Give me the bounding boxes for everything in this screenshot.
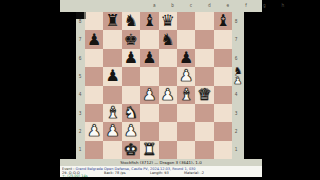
square-h4 <box>214 86 232 104</box>
square-b5: ♟ <box>103 67 121 85</box>
black-king: ♚ <box>124 31 138 49</box>
square-h3 <box>214 104 232 122</box>
white-pawn: ♟ <box>179 67 193 85</box>
rank-label-7: 7 <box>76 30 84 48</box>
side-to-move-indicator <box>76 12 86 19</box>
square-c2: ♟ <box>122 122 140 140</box>
black-knight: ♞ <box>124 12 138 30</box>
white-bishop: ♝ <box>105 104 119 122</box>
square-e1 <box>159 141 177 159</box>
square-g5 <box>195 67 213 85</box>
square-g8 <box>195 12 213 30</box>
square-a7: ♟ <box>85 30 103 48</box>
black-pawn: ♟ <box>105 67 119 85</box>
square-f8 <box>177 12 195 30</box>
white-bishop: ♝ <box>179 86 193 104</box>
board-top-margin: abcdefgh <box>60 0 262 12</box>
square-f3 <box>177 104 195 122</box>
match-title: Stockfish (3712) — Dragon 3 (3641), 1-0 <box>60 161 262 165</box>
square-c7: ♚ <box>122 30 140 48</box>
square-b7 <box>103 30 121 48</box>
square-h1 <box>214 141 232 159</box>
square-a2: ♟ <box>85 122 103 140</box>
rank-label-1: 1 <box>76 141 84 159</box>
white-queen: ♛ <box>197 86 211 104</box>
square-f7 <box>177 30 195 48</box>
square-d8: ♝ <box>140 12 158 30</box>
square-d6: ♟ <box>140 49 158 67</box>
square-d7 <box>140 30 158 48</box>
square-d1: ♜ <box>140 141 158 159</box>
square-f6: ♟ <box>177 49 195 67</box>
file-label-b: b <box>163 2 181 9</box>
square-g2 <box>195 122 213 140</box>
square-e6 <box>159 49 177 67</box>
square-c6: ♟ <box>122 49 140 67</box>
white-pawn: ♟ <box>105 122 119 140</box>
rank-label-2: 2 <box>232 122 240 140</box>
square-b3: ♝ <box>103 104 121 122</box>
square-a4 <box>85 86 103 104</box>
white-pawn: ♟ <box>161 86 175 104</box>
square-d3 <box>140 104 158 122</box>
square-f5: ♟ <box>177 67 195 85</box>
square-f2 <box>177 122 195 140</box>
square-b4 <box>103 86 121 104</box>
square-g6 <box>195 49 213 67</box>
video-frame[interactable]: abcdefgh 87654321 ♜♞♝♛♝♟♚♞♟♟♟♟♟♟♟♝♛♝♞♟♟♟… <box>0 0 320 180</box>
square-e7: ♞ <box>159 30 177 48</box>
black-knight: ♞ <box>161 31 175 49</box>
captured-white-pawn-icon: ♟ <box>232 75 244 86</box>
rank-label-3: 3 <box>76 104 84 122</box>
square-d4: ♟ <box>140 86 158 104</box>
file-label-f: f <box>237 2 255 9</box>
white-rook: ♜ <box>142 141 156 159</box>
square-c4 <box>122 86 140 104</box>
file-label-a: a <box>145 2 163 9</box>
rank-label-7: 7 <box>232 30 240 48</box>
rank-label-5: 5 <box>76 67 84 85</box>
event-text: Grand Belgrade Open Defense, Castle PV, … <box>75 167 195 171</box>
rank-label-6: 6 <box>76 49 84 67</box>
square-a1 <box>85 141 103 159</box>
eval-line: +- (25.00) 14s <box>62 174 262 178</box>
black-pawn: ♟ <box>179 49 193 67</box>
square-f1 <box>177 141 195 159</box>
black-rook: ♜ <box>105 12 119 30</box>
square-c8: ♞ <box>122 12 140 30</box>
square-g1 <box>195 141 213 159</box>
square-a3 <box>85 104 103 122</box>
file-label-e: e <box>219 2 237 9</box>
file-label-c: c <box>182 2 200 9</box>
file-labels-top: abcdefgh <box>145 2 292 9</box>
rank-label-1: 1 <box>232 141 240 159</box>
rank-label-4: 4 <box>232 86 240 104</box>
square-g3 <box>195 104 213 122</box>
rank-label-8: 8 <box>232 12 240 30</box>
square-e4: ♟ <box>159 86 177 104</box>
black-bishop: ♝ <box>142 12 156 30</box>
square-a8 <box>85 12 103 30</box>
rank-labels-left: 87654321 <box>76 12 84 159</box>
square-e8: ♛ <box>159 12 177 30</box>
rank-label-4: 4 <box>76 86 84 104</box>
square-a5 <box>85 67 103 85</box>
square-f4: ♝ <box>177 86 195 104</box>
square-g4: ♛ <box>195 86 213 104</box>
black-bishop: ♝ <box>216 12 230 30</box>
square-b1 <box>103 141 121 159</box>
square-d5 <box>140 67 158 85</box>
square-a6 <box>85 49 103 67</box>
board: ♜♞♝♛♝♟♚♞♟♟♟♟♟♟♟♝♛♝♞♟♟♟♚♜ <box>85 12 232 159</box>
square-h6 <box>214 49 232 67</box>
square-b8: ♜ <box>103 12 121 30</box>
black-pawn: ♟ <box>124 49 138 67</box>
square-h7 <box>214 30 232 48</box>
square-b6 <box>103 49 121 67</box>
square-d2 <box>140 122 158 140</box>
square-c5 <box>122 67 140 85</box>
square-c3: ♞ <box>122 104 140 122</box>
square-e2 <box>159 122 177 140</box>
caption-box: Event : Grand Belgrade Open Defense, Cas… <box>60 166 262 177</box>
square-e3 <box>159 104 177 122</box>
white-pawn: ♟ <box>87 122 101 140</box>
square-h8: ♝ <box>214 12 232 30</box>
square-c1: ♚ <box>122 141 140 159</box>
white-pawn: ♟ <box>142 86 156 104</box>
file-label-g: g <box>255 2 273 9</box>
black-pawn: ♟ <box>142 49 156 67</box>
board-right-margin: 87654321 ♞ ♟ <box>232 12 244 159</box>
black-queen: ♛ <box>161 12 175 30</box>
white-knight: ♞ <box>124 104 138 122</box>
square-g7 <box>195 30 213 48</box>
rank-label-3: 3 <box>232 104 240 122</box>
rank-label-2: 2 <box>76 122 84 140</box>
black-pawn: ♟ <box>87 31 101 49</box>
board-left-margin: 87654321 <box>76 12 85 159</box>
white-king: ♚ <box>124 141 138 159</box>
square-h5 <box>214 67 232 85</box>
white-pawn: ♟ <box>124 122 138 140</box>
file-label-h: h <box>274 2 292 9</box>
square-b2: ♟ <box>103 122 121 140</box>
file-label-d: d <box>200 2 218 9</box>
square-h2 <box>214 122 232 140</box>
square-e5 <box>159 67 177 85</box>
